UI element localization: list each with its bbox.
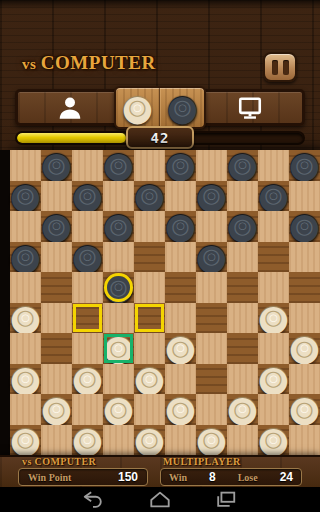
cell-r7c0[interactable]: ●○○ [10,364,41,395]
cell-r4c9[interactable] [289,272,320,303]
cell-r8c5[interactable]: ●○○ [165,394,196,425]
cell-r3c4[interactable] [134,242,165,273]
win-point-value: 150 [118,470,138,484]
cell-r5c8[interactable]: ●○○ [258,303,289,334]
cell-r9c2[interactable]: ●○○ [72,425,103,456]
cell-r9c1 [41,425,72,456]
white-piece[interactable]: ●○○ [289,394,320,425]
cell-r7c6[interactable] [196,364,227,395]
multiplayer-record-box: Win 8 Lose 24 [160,468,302,486]
timer-progress-fill [17,133,126,143]
black-piece[interactable]: ●○○ [10,181,41,212]
cell-r5c6[interactable] [196,303,227,334]
cell-r1c6[interactable]: ●○○ [196,181,227,212]
cell-r4c7[interactable] [227,272,258,303]
cell-r8c9[interactable]: ●○○ [289,394,320,425]
pause-button[interactable] [263,52,297,82]
cell-r2c5[interactable]: ●○○ [165,211,196,242]
black-piece[interactable]: ●○○ [72,242,103,273]
black-piece[interactable]: ●○○ [258,181,289,212]
recents-icon[interactable] [215,491,237,508]
black-piece[interactable]: ●○○ [134,181,165,212]
cell-r3c1 [41,242,72,273]
white-piece[interactable]: ●○○ [10,364,41,395]
android-navbar [0,487,320,512]
black-checker-indicator: ●○○ [160,88,204,127]
cell-r4c5[interactable] [165,272,196,303]
cell-r5c7 [227,303,258,334]
black-piece[interactable]: ●○○ [41,211,72,242]
black-piece[interactable]: ●○○ [165,150,196,181]
cell-r6c3[interactable]: ●○○ [103,333,134,364]
white-piece[interactable]: ●○○ [165,394,196,425]
black-piece[interactable]: ●○○ [103,150,134,181]
move-option-highlight[interactable] [135,304,164,333]
stats-panel: vs COMPUTER MULTIPLAYER Win Point 150 Wi… [0,455,320,487]
white-piece[interactable]: ●○○ [103,394,134,425]
cell-r5c2[interactable] [72,303,103,334]
cell-r1c0[interactable]: ●○○ [10,181,41,212]
white-piece[interactable]: ●○○ [134,425,165,456]
board[interactable]: ●○○●○○●○○●○○●○○●○○●○○●○○●○○●○○●○○●○○●○○●… [10,150,320,455]
white-piece[interactable]: ●○○ [258,425,289,456]
black-piece[interactable]: ●○○ [227,211,258,242]
black-piece[interactable]: ●○○ [196,181,227,212]
cell-r9c9 [289,425,320,456]
cell-r2c8 [258,211,289,242]
cell-r0c5[interactable]: ●○○ [165,150,196,181]
statusbar-shade [0,0,320,9]
cell-r1c8[interactable]: ●○○ [258,181,289,212]
cell-r2c1[interactable]: ●○○ [41,211,72,242]
win-point-box: Win Point 150 [18,468,148,486]
cell-r9c6[interactable]: ●○○ [196,425,227,456]
cell-r5c4[interactable] [134,303,165,334]
cell-r7c8[interactable]: ●○○ [258,364,289,395]
win-value: 8 [209,470,216,484]
cell-r4c4 [134,272,165,303]
page-title: vs COMPUTER [22,52,156,74]
cell-r2c4 [134,211,165,242]
cell-r3c9 [289,242,320,273]
black-piece[interactable]: ●○○ [165,211,196,242]
cell-r1c2[interactable]: ●○○ [72,181,103,212]
win-label: Win [169,472,187,483]
cell-r5c1 [41,303,72,334]
white-piece[interactable]: ●○○ [165,333,196,364]
cell-r2c9[interactable]: ●○○ [289,211,320,242]
white-piece[interactable]: ●○○ [289,333,320,364]
white-piece[interactable]: ●○○ [196,425,227,456]
stats-title-vs-computer: vs COMPUTER [22,456,96,467]
white-piece[interactable]: ●○○ [103,333,134,364]
cell-r2c7[interactable]: ●○○ [227,211,258,242]
white-piece[interactable]: ●○○ [72,364,103,395]
black-piece[interactable]: ●○○ [196,242,227,273]
move-option-highlight[interactable] [73,304,102,333]
monitor-icon [237,95,263,121]
cell-r3c7 [227,242,258,273]
cell-r3c8[interactable] [258,242,289,273]
black-piece[interactable]: ●○○ [10,242,41,273]
lose-value: 24 [280,470,293,484]
cell-r1c4[interactable]: ●○○ [134,181,165,212]
white-piece[interactable]: ●○○ [41,394,72,425]
white-piece[interactable]: ●○○ [258,303,289,334]
cell-r9c5 [165,425,196,456]
cell-r6c9[interactable]: ●○○ [289,333,320,364]
home-icon[interactable] [149,491,171,508]
black-piece[interactable]: ●○○ [103,211,134,242]
cell-r8c1[interactable]: ●○○ [41,394,72,425]
white-piece[interactable]: ●○○ [10,303,41,334]
checkers-app-screen: vs COMPUTER ●○○ ●○○ 42 ●○○●○○●○○●○○●○○● [0,0,320,512]
cell-r5c0[interactable]: ●○○ [10,303,41,334]
cell-r7c4[interactable]: ●○○ [134,364,165,395]
win-point-label: Win Point [28,472,71,483]
white-checker: ●○○ [116,88,159,127]
cell-r0c7[interactable]: ●○○ [227,150,258,181]
white-piece[interactable]: ●○○ [10,425,41,456]
cell-r9c3 [103,425,134,456]
cell-r9c4[interactable]: ●○○ [134,425,165,456]
cell-r9c0[interactable]: ●○○ [10,425,41,456]
cell-r9c8[interactable]: ●○○ [258,425,289,456]
pause-icon [272,60,278,75]
cell-r6c5[interactable]: ●○○ [165,333,196,364]
cell-r4c6 [196,272,227,303]
cell-r7c2[interactable]: ●○○ [72,364,103,395]
cell-r6c1[interactable] [41,333,72,364]
cell-r8c3[interactable]: ●○○ [103,394,134,425]
white-piece[interactable]: ●○○ [134,364,165,395]
black-piece[interactable]: ●○○ [289,211,320,242]
turn-indicator-box: ●○○ ●○○ [114,86,206,129]
white-piece[interactable]: ●○○ [72,425,103,456]
cell-r3c0[interactable]: ●○○ [10,242,41,273]
black-piece[interactable]: ●○○ [289,150,320,181]
title-vs: vs [22,56,36,72]
cell-r3c5 [165,242,196,273]
cell-r4c2 [72,272,103,303]
cell-r3c2[interactable]: ●○○ [72,242,103,273]
black-piece[interactable]: ●○○ [103,272,134,303]
cell-r6c6 [196,333,227,364]
cell-r9c7 [227,425,258,456]
cell-r4c3[interactable]: ●○○ [103,272,134,303]
title-computer: COMPUTER [41,52,156,73]
cell-r0c3[interactable]: ●○○ [103,150,134,181]
stats-title-multiplayer: MULTIPLAYER [163,456,241,467]
cell-r0c9[interactable]: ●○○ [289,150,320,181]
pause-icon [283,60,289,75]
black-piece[interactable]: ●○○ [41,150,72,181]
white-piece[interactable]: ●○○ [258,364,289,395]
cell-r8c7[interactable]: ●○○ [227,394,258,425]
cell-r6c7[interactable] [227,333,258,364]
cell-r4c1[interactable] [41,272,72,303]
lose-label: Lose [238,472,258,483]
black-piece[interactable]: ●○○ [72,181,103,212]
white-checker-indicator: ●○○ [116,88,160,127]
person-icon [57,95,83,121]
cell-r2c3[interactable]: ●○○ [103,211,134,242]
cell-r3c6[interactable]: ●○○ [196,242,227,273]
black-checker: ●○○ [161,88,204,127]
back-icon[interactable] [82,491,104,508]
black-piece[interactable]: ●○○ [227,150,258,181]
cell-r0c1[interactable]: ●○○ [41,150,72,181]
white-piece[interactable]: ●○○ [227,394,258,425]
